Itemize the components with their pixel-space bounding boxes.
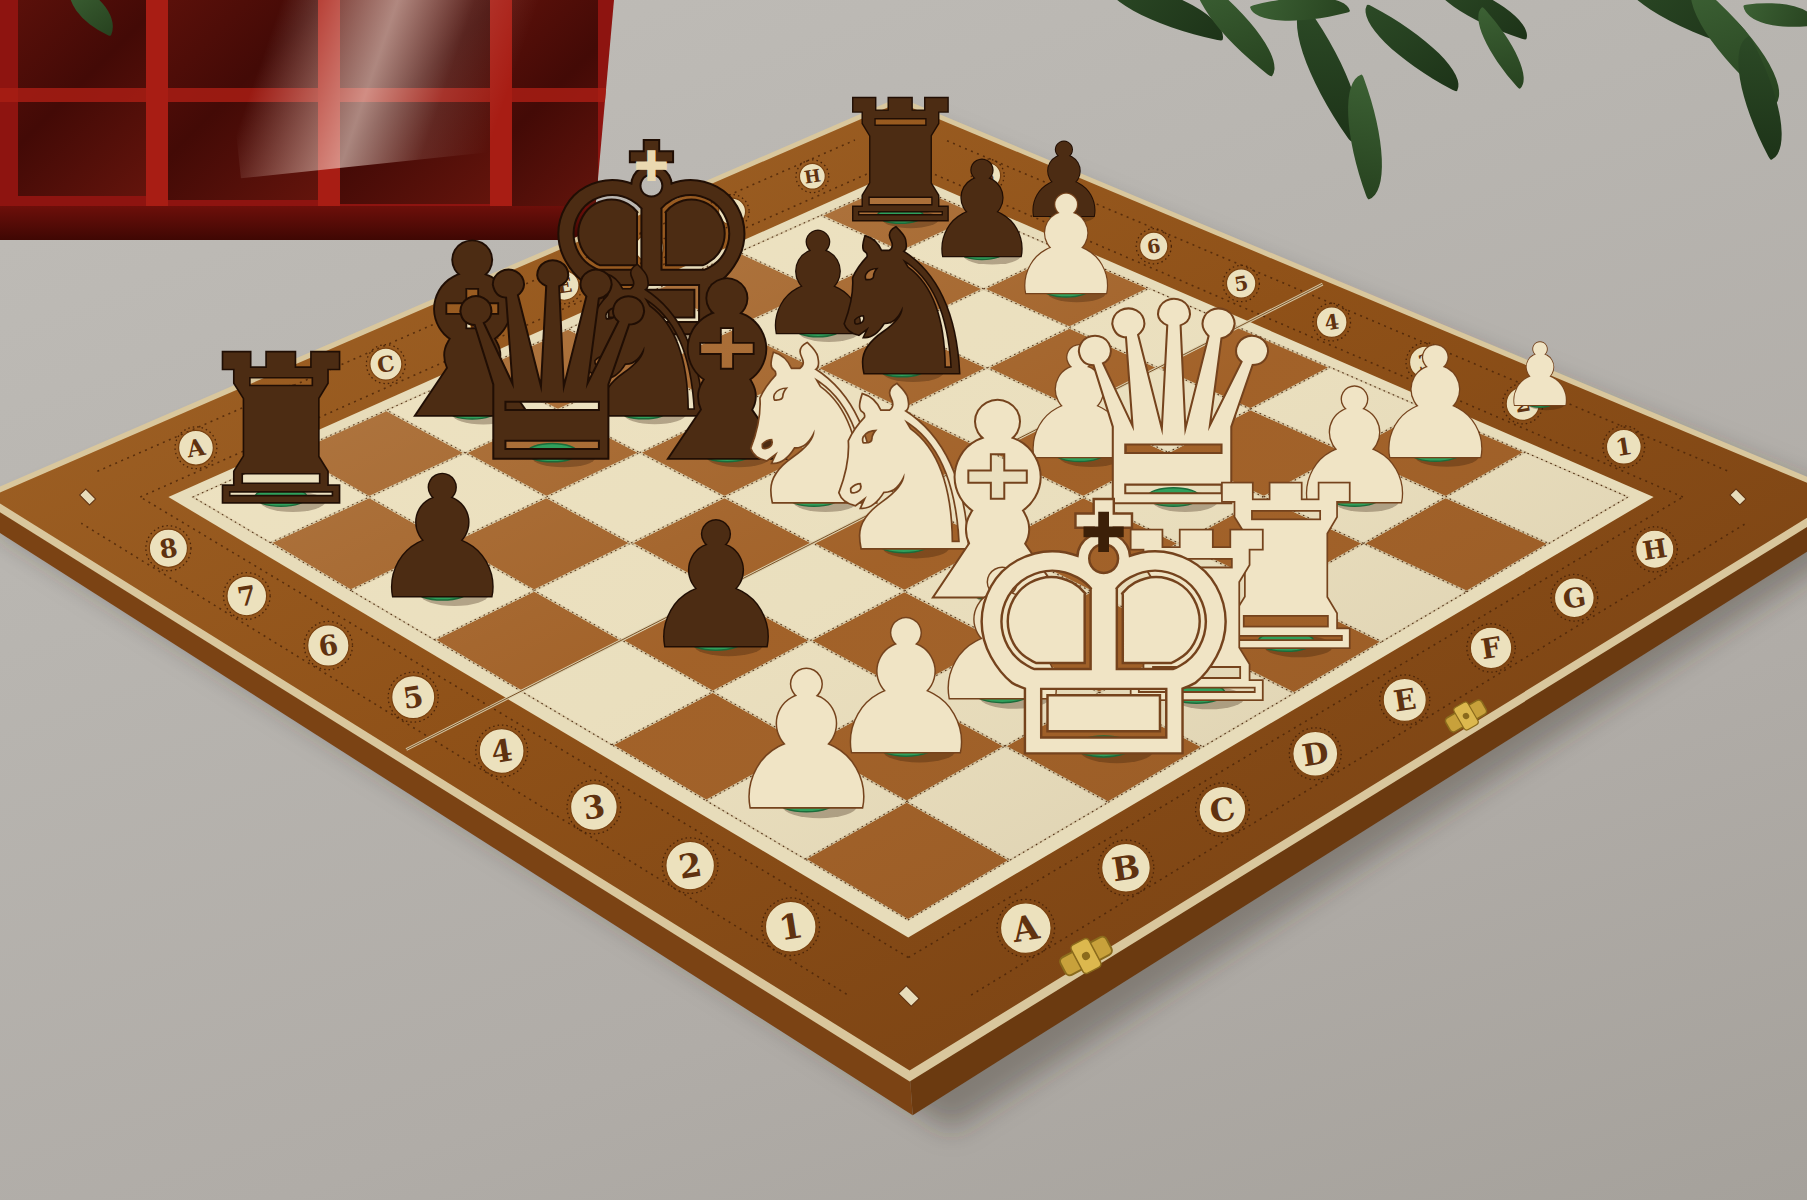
black-pawn-a6: ♟: [367, 441, 517, 635]
white-pawn-a2: ♟: [722, 632, 891, 852]
svg-text:D: D: [1300, 735, 1331, 774]
chess-board: AABBCCDDEEFFGGHH1122334455667788 ♟♜♟♟♟♚✚…: [0, 0, 1807, 1200]
king-cross-finial: ✚: [634, 142, 669, 191]
svg-text:♟: ♟: [1501, 325, 1578, 425]
svg-text:H: H: [1640, 533, 1669, 566]
svg-text:♟: ♟: [722, 632, 891, 852]
product-photo-scene: { "game": "chess", "scene": { "setting":…: [0, 0, 1807, 1200]
svg-text:H: H: [803, 165, 822, 187]
svg-text:♚: ♚: [949, 432, 1258, 833]
svg-text:G: G: [1561, 581, 1588, 615]
black-rook-a8: ♜: [189, 312, 373, 550]
svg-text:♟: ♟: [367, 441, 517, 635]
svg-text:♜: ♜: [189, 312, 373, 550]
king-cross-finial: ✚: [1081, 501, 1127, 565]
white-king-c1: ♚✚: [949, 432, 1258, 833]
captured-white-pawn: ♟: [1501, 325, 1578, 425]
